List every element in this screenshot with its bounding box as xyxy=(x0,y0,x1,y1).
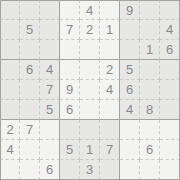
cell-r4c2[interactable]: 7 xyxy=(40,80,60,100)
cell-r4c4[interactable] xyxy=(80,80,100,100)
cell-r5c3[interactable]: 6 xyxy=(60,100,80,120)
cell-r2c7[interactable]: 1 xyxy=(140,40,160,60)
cell-r6c0[interactable]: 2 xyxy=(0,120,20,140)
cell-r8c6[interactable] xyxy=(120,160,140,180)
cell-r1c4[interactable]: 2 xyxy=(80,20,100,40)
cell-r1c1[interactable]: 5 xyxy=(20,20,40,40)
cell-r6c1[interactable]: 7 xyxy=(20,120,40,140)
cell-r8c8[interactable] xyxy=(160,160,180,180)
cell-r8c3[interactable] xyxy=(60,160,80,180)
cell-r3c2[interactable]: 4 xyxy=(40,60,60,80)
cell-r0c8[interactable] xyxy=(160,0,180,20)
cell-r8c1[interactable] xyxy=(20,160,40,180)
cell-r3c1[interactable]: 6 xyxy=(20,60,40,80)
cell-r6c2[interactable] xyxy=(40,120,60,140)
cell-r1c8[interactable]: 4 xyxy=(160,20,180,40)
cell-r1c6[interactable] xyxy=(120,20,140,40)
cell-r4c7[interactable] xyxy=(140,80,160,100)
cell-r8c4[interactable]: 3 xyxy=(80,160,100,180)
cell-r7c7[interactable]: 6 xyxy=(140,140,160,160)
cell-r8c7[interactable] xyxy=(140,160,160,180)
cell-r3c3[interactable] xyxy=(60,60,80,80)
cell-r7c5[interactable]: 7 xyxy=(100,140,120,160)
cell-r2c4[interactable] xyxy=(80,40,100,60)
cell-r0c0[interactable] xyxy=(0,0,20,20)
cell-r3c0[interactable] xyxy=(0,60,20,80)
cell-r4c0[interactable] xyxy=(0,80,20,100)
cell-r7c8[interactable] xyxy=(160,140,180,160)
cell-r7c4[interactable]: 1 xyxy=(80,140,100,160)
cell-r3c8[interactable] xyxy=(160,60,180,80)
cell-r3c5[interactable]: 2 xyxy=(100,60,120,80)
cell-r2c3[interactable] xyxy=(60,40,80,60)
cell-r5c6[interactable]: 4 xyxy=(120,100,140,120)
cell-r5c1[interactable] xyxy=(20,100,40,120)
cell-r8c0[interactable] xyxy=(0,160,20,180)
cell-r3c7[interactable] xyxy=(140,60,160,80)
cell-r3c4[interactable] xyxy=(80,60,100,80)
cell-r1c5[interactable]: 1 xyxy=(100,20,120,40)
cell-r3c6[interactable]: 5 xyxy=(120,60,140,80)
cell-r8c2[interactable]: 6 xyxy=(40,160,60,180)
cell-r0c7[interactable] xyxy=(140,0,160,20)
cell-r4c1[interactable] xyxy=(20,80,40,100)
cell-r7c1[interactable] xyxy=(20,140,40,160)
cell-r6c3[interactable] xyxy=(60,120,80,140)
cell-r6c7[interactable] xyxy=(140,120,160,140)
cell-r4c8[interactable] xyxy=(160,80,180,100)
cell-r4c6[interactable]: 6 xyxy=(120,80,140,100)
cell-r2c5[interactable] xyxy=(100,40,120,60)
cell-r1c7[interactable] xyxy=(140,20,160,40)
cell-r5c5[interactable] xyxy=(100,100,120,120)
cell-r2c6[interactable] xyxy=(120,40,140,60)
cell-r5c0[interactable] xyxy=(0,100,20,120)
cell-r7c0[interactable]: 4 xyxy=(0,140,20,160)
cell-r0c2[interactable] xyxy=(40,0,60,20)
cell-r2c0[interactable] xyxy=(0,40,20,60)
cell-r1c2[interactable] xyxy=(40,20,60,40)
cell-r5c7[interactable]: 8 xyxy=(140,100,160,120)
cell-r6c6[interactable] xyxy=(120,120,140,140)
cell-r0c3[interactable] xyxy=(60,0,80,20)
cell-r8c5[interactable] xyxy=(100,160,120,180)
cell-r2c2[interactable] xyxy=(40,40,60,60)
cell-r5c2[interactable]: 5 xyxy=(40,100,60,120)
cell-r1c0[interactable] xyxy=(0,20,20,40)
cell-r7c2[interactable] xyxy=(40,140,60,160)
cell-r1c3[interactable]: 7 xyxy=(60,20,80,40)
cell-r7c6[interactable] xyxy=(120,140,140,160)
cell-r5c4[interactable] xyxy=(80,100,100,120)
cell-r6c5[interactable] xyxy=(100,120,120,140)
cell-r5c8[interactable] xyxy=(160,100,180,120)
cell-r4c5[interactable]: 4 xyxy=(100,80,120,100)
cell-r0c5[interactable] xyxy=(100,0,120,20)
cell-r0c1[interactable] xyxy=(20,0,40,20)
cell-r0c6[interactable]: 9 xyxy=(120,0,140,20)
cell-r2c8[interactable]: 6 xyxy=(160,40,180,60)
cell-r0c4[interactable]: 4 xyxy=(80,0,100,20)
cell-r6c8[interactable] xyxy=(160,120,180,140)
cell-r7c3[interactable]: 5 xyxy=(60,140,80,160)
cell-r4c3[interactable]: 9 xyxy=(60,80,80,100)
cell-r6c4[interactable] xyxy=(80,120,100,140)
cell-r2c1[interactable] xyxy=(20,40,40,60)
sudoku-board: 495721416642579465648274517663 xyxy=(0,0,180,180)
